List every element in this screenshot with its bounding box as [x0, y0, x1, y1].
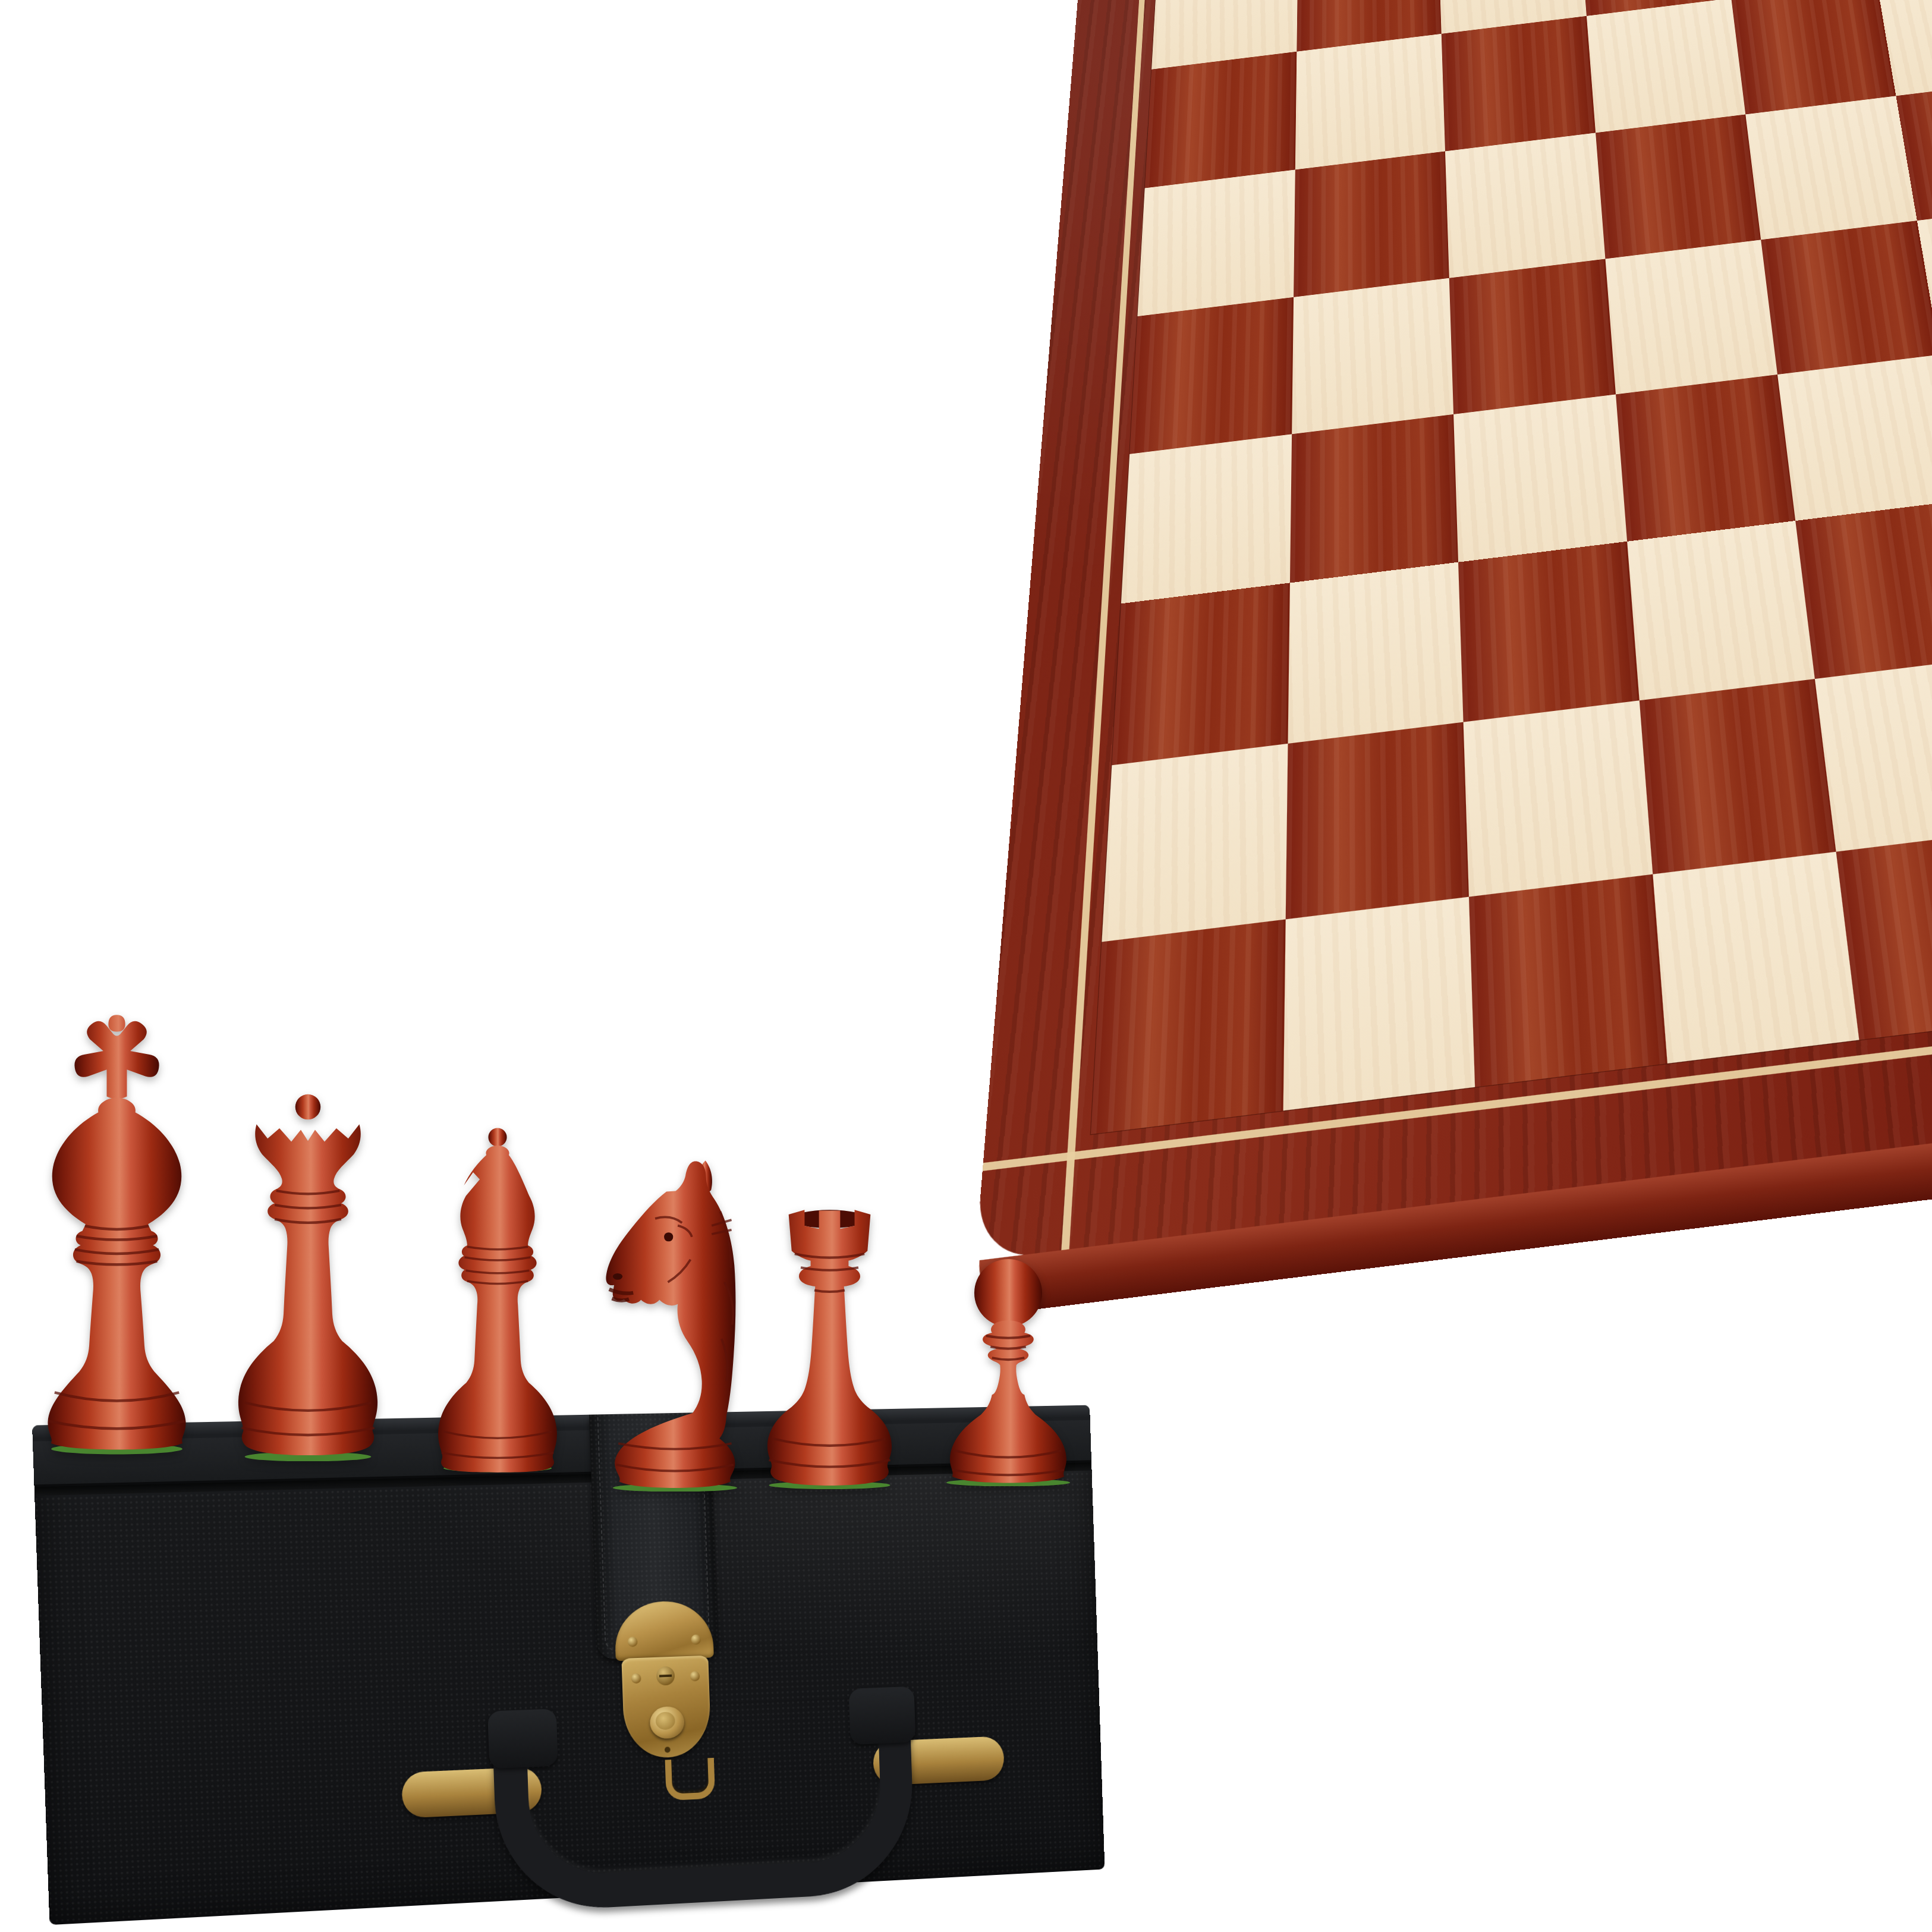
square-c7[interactable]: [1442, 16, 1596, 152]
square-e4[interactable]: [1777, 355, 1932, 521]
square-c5[interactable]: [1449, 259, 1616, 414]
board-grid: [1091, 0, 1932, 1134]
product-photo-scene: [0, 0, 1932, 1932]
square-d7[interactable]: [1586, 0, 1745, 133]
piece-bishop[interactable]: [432, 1125, 564, 1472]
square-e6[interactable]: [1745, 96, 1917, 240]
handle-pivot-right: [849, 1686, 916, 1745]
piece-rook[interactable]: [754, 1198, 905, 1490]
latch-turn-screw: [656, 1666, 675, 1686]
square-d4[interactable]: [1616, 375, 1796, 541]
latch-push-button: [650, 1706, 685, 1739]
square-c4[interactable]: [1453, 394, 1626, 562]
square-e7[interactable]: [1731, 0, 1896, 114]
square-c3[interactable]: [1458, 541, 1639, 722]
square-c2[interactable]: [1464, 700, 1653, 896]
square-a4[interactable]: [1121, 434, 1292, 603]
chessboard-top: [975, 0, 1932, 1262]
square-b5[interactable]: [1292, 278, 1453, 434]
handle-pivot-left: [487, 1708, 558, 1769]
piece-pawn[interactable]: [934, 1253, 1082, 1486]
piece-queen[interactable]: [229, 1093, 387, 1461]
latch-pin-hole: [665, 1747, 671, 1752]
square-d2[interactable]: [1639, 679, 1836, 874]
square-c6[interactable]: [1445, 133, 1605, 278]
square-a1[interactable]: [1091, 919, 1285, 1134]
square-a6[interactable]: [1137, 169, 1295, 316]
square-d3[interactable]: [1627, 521, 1815, 701]
chessboard: [949, 0, 1932, 1203]
square-b1[interactable]: [1283, 896, 1475, 1110]
square-e5[interactable]: [1761, 221, 1932, 375]
square-e2[interactable]: [1815, 657, 1932, 851]
square-b6[interactable]: [1294, 151, 1449, 297]
latch-loop: [665, 1758, 716, 1801]
piece-knight[interactable]: [584, 1152, 763, 1492]
square-b7[interactable]: [1295, 34, 1445, 170]
square-a5[interactable]: [1129, 297, 1293, 454]
square-a7[interactable]: [1145, 51, 1297, 188]
square-d1[interactable]: [1653, 851, 1859, 1063]
square-d5[interactable]: [1605, 240, 1777, 395]
screw-icon: [631, 1673, 641, 1684]
square-e3[interactable]: [1795, 500, 1932, 679]
screw-icon: [691, 1634, 701, 1644]
screw-icon: [690, 1671, 700, 1681]
chessboard-tilt-plane: [975, 0, 1932, 1262]
piece-king[interactable]: [33, 1012, 201, 1455]
screw-icon: [628, 1637, 638, 1647]
square-b4[interactable]: [1289, 414, 1458, 583]
square-b2[interactable]: [1285, 722, 1469, 919]
square-d6[interactable]: [1596, 114, 1761, 259]
square-a2[interactable]: [1102, 744, 1288, 942]
square-a3[interactable]: [1112, 583, 1289, 765]
square-b3[interactable]: [1288, 562, 1464, 744]
square-c1[interactable]: [1469, 874, 1667, 1087]
